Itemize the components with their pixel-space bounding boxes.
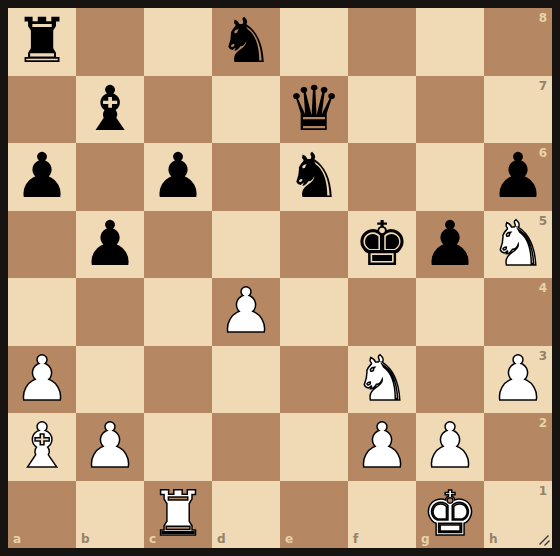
piece-white-king[interactable]: ♚ bbox=[422, 480, 478, 547]
square-f1[interactable]: f bbox=[348, 481, 416, 549]
resize-handle-icon[interactable] bbox=[537, 533, 551, 547]
square-b8[interactable] bbox=[76, 8, 144, 76]
square-c8[interactable] bbox=[144, 8, 212, 76]
piece-black-king[interactable]: ♚ bbox=[354, 210, 410, 277]
square-b6[interactable] bbox=[76, 143, 144, 211]
piece-black-queen[interactable]: ♛ bbox=[286, 75, 342, 142]
square-g7[interactable] bbox=[416, 76, 484, 144]
square-c2[interactable] bbox=[144, 413, 212, 481]
square-b2[interactable]: ♟ bbox=[76, 413, 144, 481]
square-f8[interactable] bbox=[348, 8, 416, 76]
file-label-b: b bbox=[81, 533, 90, 545]
rank-label-7: 7 bbox=[539, 80, 547, 92]
square-g3[interactable] bbox=[416, 346, 484, 414]
square-c7[interactable] bbox=[144, 76, 212, 144]
square-e3[interactable] bbox=[280, 346, 348, 414]
square-a5[interactable] bbox=[8, 211, 76, 279]
piece-black-pawn[interactable]: ♟ bbox=[150, 142, 206, 209]
square-d1[interactable]: d bbox=[212, 481, 280, 549]
square-f7[interactable] bbox=[348, 76, 416, 144]
piece-white-bishop[interactable]: ♝ bbox=[14, 412, 70, 479]
square-g6[interactable] bbox=[416, 143, 484, 211]
square-e7[interactable]: ♛ bbox=[280, 76, 348, 144]
square-f6[interactable] bbox=[348, 143, 416, 211]
piece-white-pawn[interactable]: ♟ bbox=[218, 277, 274, 344]
piece-white-pawn[interactable]: ♟ bbox=[82, 412, 138, 479]
square-g4[interactable] bbox=[416, 278, 484, 346]
square-e8[interactable] bbox=[280, 8, 348, 76]
square-h2[interactable]: 2 bbox=[484, 413, 552, 481]
square-a2[interactable]: ♝ bbox=[8, 413, 76, 481]
piece-black-pawn[interactable]: ♟ bbox=[490, 142, 546, 209]
rank-label-5: 5 bbox=[539, 215, 547, 227]
square-e1[interactable]: e bbox=[280, 481, 348, 549]
square-d6[interactable] bbox=[212, 143, 280, 211]
square-a7[interactable] bbox=[8, 76, 76, 144]
square-a4[interactable] bbox=[8, 278, 76, 346]
square-a6[interactable]: ♟ bbox=[8, 143, 76, 211]
square-c1[interactable]: ♜c bbox=[144, 481, 212, 549]
square-b1[interactable]: b bbox=[76, 481, 144, 549]
square-e4[interactable] bbox=[280, 278, 348, 346]
square-a8[interactable]: ♜ bbox=[8, 8, 76, 76]
square-f5[interactable]: ♚ bbox=[348, 211, 416, 279]
square-a1[interactable]: a bbox=[8, 481, 76, 549]
square-e2[interactable] bbox=[280, 413, 348, 481]
piece-black-rook[interactable]: ♜ bbox=[14, 7, 70, 74]
square-h8[interactable]: 8 bbox=[484, 8, 552, 76]
rank-label-3: 3 bbox=[539, 350, 547, 362]
square-d7[interactable] bbox=[212, 76, 280, 144]
square-c3[interactable] bbox=[144, 346, 212, 414]
square-e6[interactable]: ♞ bbox=[280, 143, 348, 211]
square-b4[interactable] bbox=[76, 278, 144, 346]
square-g1[interactable]: ♚g bbox=[416, 481, 484, 549]
piece-white-pawn[interactable]: ♟ bbox=[354, 412, 410, 479]
piece-black-pawn[interactable]: ♟ bbox=[82, 210, 138, 277]
file-label-e: e bbox=[285, 533, 293, 545]
square-g8[interactable] bbox=[416, 8, 484, 76]
square-d5[interactable] bbox=[212, 211, 280, 279]
square-f2[interactable]: ♟ bbox=[348, 413, 416, 481]
rank-label-4: 4 bbox=[539, 282, 547, 294]
piece-black-bishop[interactable]: ♝ bbox=[82, 75, 138, 142]
piece-white-pawn[interactable]: ♟ bbox=[14, 345, 70, 412]
file-label-f: f bbox=[353, 533, 358, 545]
piece-white-rook[interactable]: ♜ bbox=[150, 480, 206, 547]
square-f3[interactable]: ♞ bbox=[348, 346, 416, 414]
file-label-c: c bbox=[149, 533, 156, 545]
file-label-d: d bbox=[217, 533, 226, 545]
square-c5[interactable] bbox=[144, 211, 212, 279]
square-h6[interactable]: ♟6 bbox=[484, 143, 552, 211]
file-label-h: h bbox=[489, 533, 498, 545]
square-d8[interactable]: ♞ bbox=[212, 8, 280, 76]
square-b7[interactable]: ♝ bbox=[76, 76, 144, 144]
square-b3[interactable] bbox=[76, 346, 144, 414]
piece-white-pawn[interactable]: ♟ bbox=[490, 345, 546, 412]
piece-black-pawn[interactable]: ♟ bbox=[422, 210, 478, 277]
square-g2[interactable]: ♟ bbox=[416, 413, 484, 481]
square-d2[interactable] bbox=[212, 413, 280, 481]
rank-label-6: 6 bbox=[539, 147, 547, 159]
rank-label-1: 1 bbox=[539, 485, 547, 497]
file-label-a: a bbox=[13, 533, 21, 545]
rank-label-2: 2 bbox=[539, 417, 547, 429]
square-d3[interactable] bbox=[212, 346, 280, 414]
piece-white-knight[interactable]: ♞ bbox=[354, 345, 410, 412]
square-h3[interactable]: ♟3 bbox=[484, 346, 552, 414]
square-c6[interactable]: ♟ bbox=[144, 143, 212, 211]
square-g5[interactable]: ♟ bbox=[416, 211, 484, 279]
square-f4[interactable] bbox=[348, 278, 416, 346]
square-h7[interactable]: 7 bbox=[484, 76, 552, 144]
piece-white-knight[interactable]: ♞ bbox=[490, 210, 546, 277]
square-c4[interactable] bbox=[144, 278, 212, 346]
square-a3[interactable]: ♟ bbox=[8, 346, 76, 414]
piece-black-pawn[interactable]: ♟ bbox=[14, 142, 70, 209]
chess-board: ♜♞8♝♛7♟♟♞♟6♟♚♟♞5♟4♟♞♟3♝♟♟♟2ab♜cdef♚g1h bbox=[8, 8, 552, 548]
square-h4[interactable]: 4 bbox=[484, 278, 552, 346]
piece-black-knight[interactable]: ♞ bbox=[286, 142, 342, 209]
square-h5[interactable]: ♞5 bbox=[484, 211, 552, 279]
piece-black-knight[interactable]: ♞ bbox=[218, 7, 274, 74]
piece-white-pawn[interactable]: ♟ bbox=[422, 412, 478, 479]
rank-label-8: 8 bbox=[539, 12, 547, 24]
board-frame: ♜♞8♝♛7♟♟♞♟6♟♚♟♞5♟4♟♞♟3♝♟♟♟2ab♜cdef♚g1h bbox=[0, 0, 560, 556]
square-e5[interactable] bbox=[280, 211, 348, 279]
file-label-g: g bbox=[421, 533, 430, 545]
square-d4[interactable]: ♟ bbox=[212, 278, 280, 346]
square-h1[interactable]: 1h bbox=[484, 481, 552, 549]
square-b5[interactable]: ♟ bbox=[76, 211, 144, 279]
